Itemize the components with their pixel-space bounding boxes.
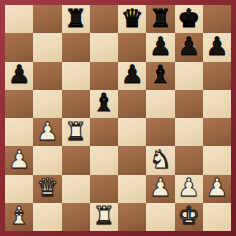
white-pawn-icon: ♟ (149, 175, 171, 200)
black-bishop-icon: ♝ (93, 90, 115, 115)
square-c7[interactable] (62, 33, 90, 61)
black-pawn-icon: ♟ (206, 34, 228, 59)
square-c1[interactable] (62, 203, 90, 231)
square-a3[interactable]: ♟ (5, 146, 33, 174)
square-e3[interactable] (118, 146, 146, 174)
square-e5[interactable] (118, 90, 146, 118)
black-pawn-icon: ♟ (121, 62, 143, 87)
square-g6[interactable] (175, 62, 203, 90)
square-d8[interactable] (90, 5, 118, 33)
white-pawn-icon: ♟ (36, 119, 58, 144)
square-h8[interactable] (203, 5, 231, 33)
square-b8[interactable] (33, 5, 61, 33)
square-e2[interactable] (118, 175, 146, 203)
square-a6[interactable]: ♟ (5, 62, 33, 90)
square-f2[interactable]: ♟ (146, 175, 174, 203)
square-g8[interactable]: ♚ (175, 5, 203, 33)
white-knight-icon: ♞ (149, 147, 171, 172)
black-bishop-icon: ♝ (149, 62, 171, 87)
chess-board: ♜♛♜♚♟♟♟♟♟♝♝♟♜♟♞♛♟♟♟♝♜♚ (5, 5, 231, 231)
square-d6[interactable] (90, 62, 118, 90)
square-h4[interactable] (203, 118, 231, 146)
square-e1[interactable] (118, 203, 146, 231)
square-a8[interactable] (5, 5, 33, 33)
board-frame: ♜♛♜♚♟♟♟♟♟♝♝♟♜♟♞♛♟♟♟♝♜♚ (0, 0, 236, 236)
square-f4[interactable] (146, 118, 174, 146)
white-bishop-icon: ♝ (8, 203, 30, 228)
square-d3[interactable] (90, 146, 118, 174)
square-f1[interactable] (146, 203, 174, 231)
square-a4[interactable] (5, 118, 33, 146)
black-pawn-icon: ♟ (149, 34, 171, 59)
square-a2[interactable] (5, 175, 33, 203)
square-g3[interactable] (175, 146, 203, 174)
square-h2[interactable]: ♟ (203, 175, 231, 203)
square-c2[interactable] (62, 175, 90, 203)
square-a5[interactable] (5, 90, 33, 118)
square-h7[interactable]: ♟ (203, 33, 231, 61)
square-d5[interactable]: ♝ (90, 90, 118, 118)
square-c6[interactable] (62, 62, 90, 90)
square-c5[interactable] (62, 90, 90, 118)
white-rook-icon: ♜ (64, 119, 86, 144)
square-e8[interactable]: ♛ (118, 5, 146, 33)
black-pawn-icon: ♟ (177, 34, 199, 59)
square-e4[interactable] (118, 118, 146, 146)
square-c4[interactable]: ♜ (62, 118, 90, 146)
square-c8[interactable]: ♜ (62, 5, 90, 33)
square-g2[interactable]: ♟ (175, 175, 203, 203)
square-d7[interactable] (90, 33, 118, 61)
square-h3[interactable] (203, 146, 231, 174)
white-queen-icon: ♛ (36, 175, 58, 200)
square-b7[interactable] (33, 33, 61, 61)
square-f8[interactable]: ♜ (146, 5, 174, 33)
square-b2[interactable]: ♛ (33, 175, 61, 203)
square-d2[interactable] (90, 175, 118, 203)
white-pawn-icon: ♟ (177, 175, 199, 200)
square-f7[interactable]: ♟ (146, 33, 174, 61)
square-b1[interactable] (33, 203, 61, 231)
square-f6[interactable]: ♝ (146, 62, 174, 90)
black-rook-icon: ♜ (64, 6, 86, 31)
square-g4[interactable] (175, 118, 203, 146)
square-f3[interactable]: ♞ (146, 146, 174, 174)
square-a7[interactable] (5, 33, 33, 61)
square-e6[interactable]: ♟ (118, 62, 146, 90)
square-h5[interactable] (203, 90, 231, 118)
black-queen-icon: ♛ (121, 6, 143, 31)
square-g1[interactable]: ♚ (175, 203, 203, 231)
white-rook-icon: ♜ (93, 203, 115, 228)
white-king-icon: ♚ (177, 203, 199, 228)
square-b3[interactable] (33, 146, 61, 174)
square-b4[interactable]: ♟ (33, 118, 61, 146)
square-b5[interactable] (33, 90, 61, 118)
square-e7[interactable] (118, 33, 146, 61)
square-h6[interactable] (203, 62, 231, 90)
black-rook-icon: ♜ (149, 6, 171, 31)
square-h1[interactable] (203, 203, 231, 231)
chess-app: ♜♛♜♚♟♟♟♟♟♝♝♟♜♟♞♛♟♟♟♝♜♚ (0, 0, 236, 236)
white-pawn-icon: ♟ (206, 175, 228, 200)
square-g5[interactable] (175, 90, 203, 118)
square-f5[interactable] (146, 90, 174, 118)
black-king-icon: ♚ (177, 6, 199, 31)
square-d4[interactable] (90, 118, 118, 146)
square-a1[interactable]: ♝ (5, 203, 33, 231)
square-b6[interactable] (33, 62, 61, 90)
square-g7[interactable]: ♟ (175, 33, 203, 61)
square-c3[interactable] (62, 146, 90, 174)
white-pawn-icon: ♟ (8, 147, 30, 172)
black-pawn-icon: ♟ (8, 62, 30, 87)
square-d1[interactable]: ♜ (90, 203, 118, 231)
